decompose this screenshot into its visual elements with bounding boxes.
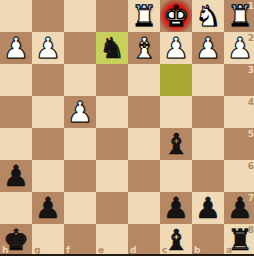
piece-white-king[interactable]: ♚ (160, 0, 192, 32)
piece-black-king[interactable]: ♚ (0, 224, 32, 256)
piece-white-pawn[interactable]: ♟ (32, 32, 64, 64)
square-h7[interactable] (0, 192, 32, 224)
square-d4[interactable] (128, 96, 160, 128)
piece-white-pawn[interactable]: ♟ (224, 32, 254, 64)
square-c1[interactable]: ♚ (160, 0, 192, 32)
rank-label-6: 6 (248, 161, 254, 171)
piece-black-bishop[interactable]: ♝ (160, 224, 192, 256)
square-a3[interactable]: 3 (224, 64, 254, 96)
square-b5[interactable] (192, 128, 224, 160)
square-c2[interactable]: ♟ (160, 32, 192, 64)
piece-white-knight[interactable]: ♞ (192, 0, 224, 32)
square-g5[interactable] (32, 128, 64, 160)
piece-black-pawn[interactable]: ♟ (32, 192, 64, 224)
square-f8[interactable]: f (64, 224, 96, 256)
square-d3[interactable] (128, 64, 160, 96)
square-e2[interactable]: ♞ (96, 32, 128, 64)
piece-white-pawn[interactable]: ♟ (192, 32, 224, 64)
square-h4[interactable] (0, 96, 32, 128)
square-b2[interactable]: ♟ (192, 32, 224, 64)
rank-label-3: 3 (248, 65, 254, 75)
square-c5[interactable]: ♝ (160, 128, 192, 160)
square-d1[interactable]: ♜ (128, 0, 160, 32)
square-g4[interactable] (32, 96, 64, 128)
square-b4[interactable] (192, 96, 224, 128)
rank-label-4: 4 (248, 97, 254, 107)
square-e6[interactable] (96, 160, 128, 192)
square-f6[interactable] (64, 160, 96, 192)
piece-white-pawn[interactable]: ♟ (0, 32, 32, 64)
square-b3[interactable] (192, 64, 224, 96)
square-a6[interactable]: 6 (224, 160, 254, 192)
piece-black-pawn[interactable]: ♟ (192, 192, 224, 224)
piece-black-rook[interactable]: ♜ (224, 224, 254, 256)
square-d5[interactable] (128, 128, 160, 160)
piece-black-bishop[interactable]: ♝ (160, 128, 192, 160)
square-a4[interactable]: 4 (224, 96, 254, 128)
square-f1[interactable] (64, 0, 96, 32)
square-d2[interactable]: ♝ (128, 32, 160, 64)
square-d8[interactable]: d (128, 224, 160, 256)
square-g7[interactable]: ♟ (32, 192, 64, 224)
square-f4[interactable]: ♟ (64, 96, 96, 128)
square-a1[interactable]: ♜1 (224, 0, 254, 32)
square-a5[interactable]: 5 (224, 128, 254, 160)
square-f2[interactable] (64, 32, 96, 64)
square-a8[interactable]: ♜a8 (224, 224, 254, 256)
square-g1[interactable] (32, 0, 64, 32)
square-h8[interactable]: ♚h (0, 224, 32, 256)
square-e1[interactable] (96, 0, 128, 32)
piece-white-rook[interactable]: ♜ (224, 0, 254, 32)
square-h5[interactable] (0, 128, 32, 160)
square-g2[interactable]: ♟ (32, 32, 64, 64)
square-g3[interactable] (32, 64, 64, 96)
piece-black-knight[interactable]: ♞ (96, 32, 128, 64)
square-f5[interactable] (64, 128, 96, 160)
piece-white-pawn[interactable]: ♟ (160, 32, 192, 64)
square-a7[interactable]: ♟7 (224, 192, 254, 224)
square-c3[interactable] (160, 64, 192, 96)
square-b8[interactable]: b (192, 224, 224, 256)
square-e8[interactable]: e (96, 224, 128, 256)
square-b6[interactable] (192, 160, 224, 192)
square-f3[interactable] (64, 64, 96, 96)
square-e5[interactable] (96, 128, 128, 160)
piece-black-pawn[interactable]: ♟ (224, 192, 254, 224)
square-c8[interactable]: ♝c (160, 224, 192, 256)
rank-label-5: 5 (248, 129, 254, 139)
square-d7[interactable] (128, 192, 160, 224)
square-b7[interactable]: ♟ (192, 192, 224, 224)
piece-black-pawn[interactable]: ♟ (160, 192, 192, 224)
square-e3[interactable] (96, 64, 128, 96)
piece-white-pawn[interactable]: ♟ (64, 96, 96, 128)
square-h2[interactable]: ♟ (0, 32, 32, 64)
square-h1[interactable] (0, 0, 32, 32)
square-h3[interactable] (0, 64, 32, 96)
square-f7[interactable] (64, 192, 96, 224)
square-h6[interactable]: ♟ (0, 160, 32, 192)
square-b1[interactable]: ♞ (192, 0, 224, 32)
square-c7[interactable]: ♟ (160, 192, 192, 224)
square-e7[interactable] (96, 192, 128, 224)
piece-black-pawn[interactable]: ♟ (0, 160, 32, 192)
square-g8[interactable]: g (32, 224, 64, 256)
square-e4[interactable] (96, 96, 128, 128)
square-g6[interactable] (32, 160, 64, 192)
square-d6[interactable] (128, 160, 160, 192)
square-c6[interactable] (160, 160, 192, 192)
chess-board: ♜♚♞♜1♟♟♞♝♟♟♟23♟4♝5♟6♟♟♟♟7♚hgfed♝cb♜a8 (0, 0, 254, 256)
square-c4[interactable] (160, 96, 192, 128)
piece-white-bishop[interactable]: ♝ (128, 32, 160, 64)
square-a2[interactable]: ♟2 (224, 32, 254, 64)
piece-white-rook[interactable]: ♜ (128, 0, 160, 32)
